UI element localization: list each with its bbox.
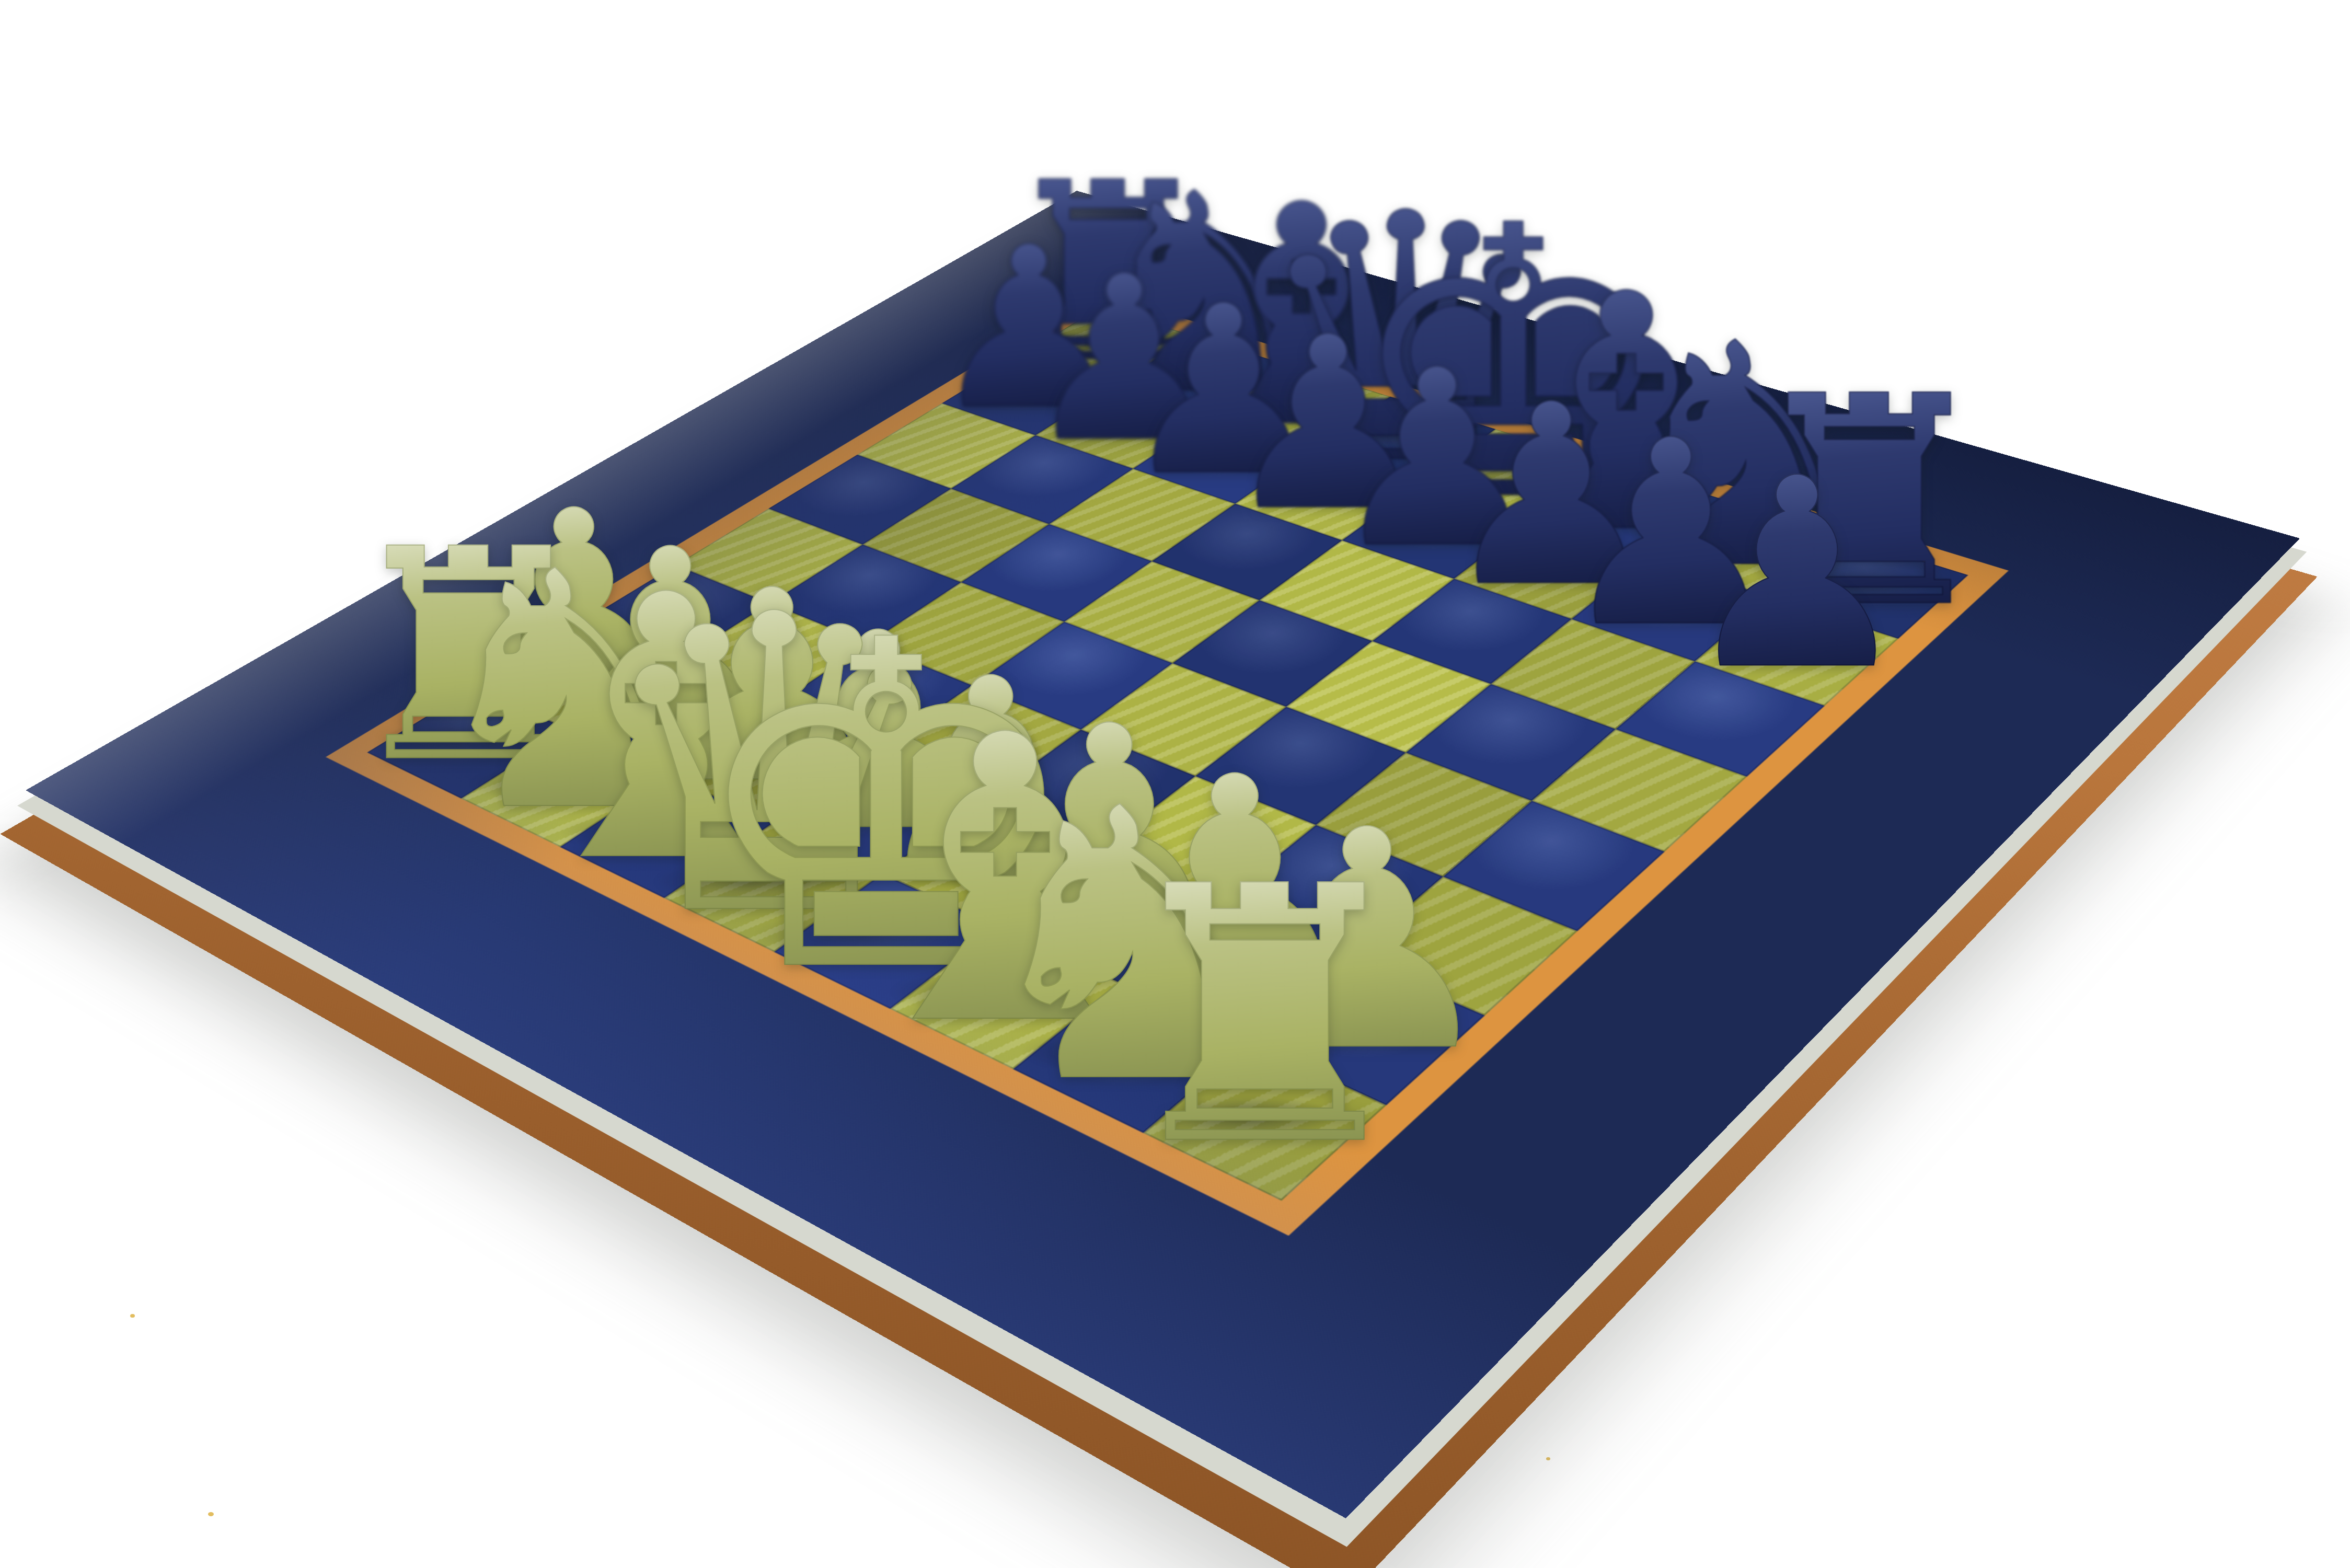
piece-white-rook-h1: ♜: [1089, 841, 1441, 1193]
pieces-layer: ♜♞♟♝♟♛♟♚♟♝♟♞♟♜♟♟♟♟♜♟♞♟♝♟♛♟♚♟♝♟♞♜: [0, 0, 2350, 1568]
piece-black-pawn-h7: ♟: [1666, 444, 1928, 705]
product-photo-stage: ♜♞♟♝♟♛♟♚♟♝♟♞♟♜♟♟♟♟♜♟♞♟♝♟♛♟♚♟♝♟♞♜: [0, 0, 2350, 1568]
